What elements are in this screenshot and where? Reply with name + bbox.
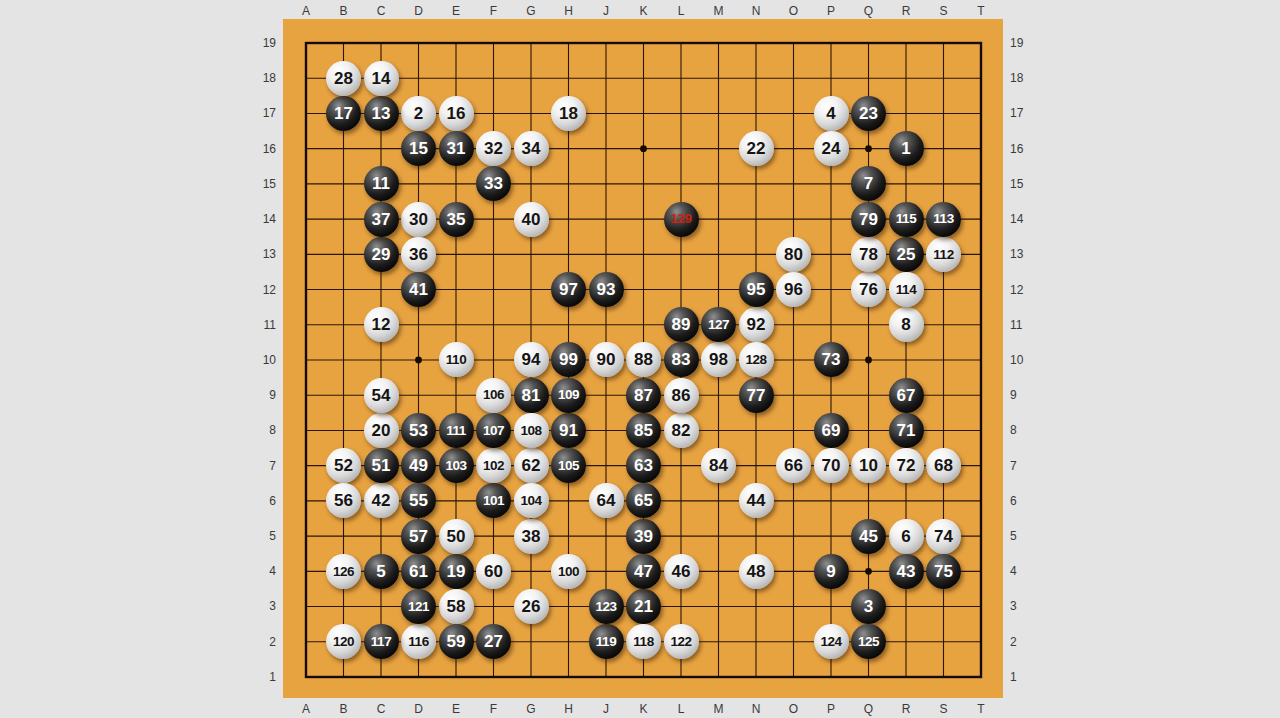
stone-H12[interactable]: 97 xyxy=(551,272,586,307)
stone-F2[interactable]: 27 xyxy=(476,624,511,659)
stone-S5[interactable]: 74 xyxy=(926,519,961,554)
stone-L9[interactable]: 86 xyxy=(664,378,699,413)
coord-label: N xyxy=(737,3,775,19)
stone-D12[interactable]: 41 xyxy=(401,272,436,307)
stone-F7[interactable]: 102 xyxy=(476,448,511,483)
stone-C13[interactable]: 29 xyxy=(364,237,399,272)
stone-P8[interactable]: 69 xyxy=(814,413,849,448)
coord-label: 17 xyxy=(238,96,276,131)
coord-label: P xyxy=(812,701,850,717)
coord-label: T xyxy=(962,3,1000,19)
stone-D2[interactable]: 116 xyxy=(401,624,436,659)
stone-R13[interactable]: 25 xyxy=(889,237,924,272)
stone-P10[interactable]: 73 xyxy=(814,342,849,377)
stone-B2[interactable]: 120 xyxy=(326,624,361,659)
coord-label: 6 xyxy=(1010,483,1048,518)
stone-Q12[interactable]: 76 xyxy=(851,272,886,307)
stone-J12[interactable]: 93 xyxy=(589,272,624,307)
coord-label: 14 xyxy=(238,201,276,236)
coord-label: N xyxy=(737,701,775,717)
stone-R11[interactable]: 8 xyxy=(889,307,924,342)
coord-label: K xyxy=(625,701,663,717)
stone-C9[interactable]: 54 xyxy=(364,378,399,413)
stone-grid: 1234567891011121314151617181920212223242… xyxy=(287,25,1000,694)
coord-label: 9 xyxy=(1010,378,1048,413)
stone-N9[interactable]: 77 xyxy=(739,378,774,413)
stone-S7[interactable]: 68 xyxy=(926,448,961,483)
stone-R16[interactable]: 1 xyxy=(889,131,924,166)
stone-E7[interactable]: 103 xyxy=(439,448,474,483)
stone-D16[interactable]: 15 xyxy=(401,131,436,166)
stone-M10[interactable]: 98 xyxy=(701,342,736,377)
coord-label: S xyxy=(925,701,963,717)
coord-label: 19 xyxy=(238,25,276,60)
stone-H17[interactable]: 18 xyxy=(551,96,586,131)
coord-label: L xyxy=(662,701,700,717)
coord-label: 17 xyxy=(1010,96,1048,131)
coord-label: 4 xyxy=(238,554,276,589)
stone-D5[interactable]: 57 xyxy=(401,519,436,554)
coord-label: G xyxy=(512,701,550,717)
stone-D3[interactable]: 121 xyxy=(401,589,436,624)
stone-C14[interactable]: 37 xyxy=(364,202,399,237)
coord-label: 11 xyxy=(238,307,276,342)
stone-P7[interactable]: 70 xyxy=(814,448,849,483)
stone-S4[interactable]: 75 xyxy=(926,554,961,589)
stone-E16[interactable]: 31 xyxy=(439,131,474,166)
stone-J10[interactable]: 90 xyxy=(589,342,624,377)
stone-C2[interactable]: 117 xyxy=(364,624,399,659)
stone-S14[interactable]: 113 xyxy=(926,202,961,237)
stone-E2[interactable]: 59 xyxy=(439,624,474,659)
coord-label: 8 xyxy=(1010,413,1048,448)
stone-P17[interactable]: 4 xyxy=(814,96,849,131)
coord-label: M xyxy=(700,701,738,717)
coord-label: 18 xyxy=(1010,61,1048,96)
stone-L10[interactable]: 83 xyxy=(664,342,699,377)
column-labels-top: ABCDEFGHJKLMNOPQRST xyxy=(287,3,1000,19)
stone-K10[interactable]: 88 xyxy=(626,342,661,377)
stone-O12[interactable]: 96 xyxy=(776,272,811,307)
coord-label: O xyxy=(775,701,813,717)
stone-L4[interactable]: 46 xyxy=(664,554,699,589)
coord-label: 13 xyxy=(238,237,276,272)
coord-label: 7 xyxy=(1010,448,1048,483)
coord-label: Q xyxy=(850,3,888,19)
stone-C15[interactable]: 11 xyxy=(364,166,399,201)
stone-E14[interactable]: 35 xyxy=(439,202,474,237)
stone-C7[interactable]: 51 xyxy=(364,448,399,483)
stone-K6[interactable]: 65 xyxy=(626,483,661,518)
stone-N11[interactable]: 92 xyxy=(739,307,774,342)
stone-D14[interactable]: 30 xyxy=(401,202,436,237)
coord-label: L xyxy=(662,3,700,19)
coord-label: 6 xyxy=(238,483,276,518)
stone-R7[interactable]: 72 xyxy=(889,448,924,483)
stone-F4[interactable]: 60 xyxy=(476,554,511,589)
stone-O13[interactable]: 80 xyxy=(776,237,811,272)
coord-label: H xyxy=(550,701,588,717)
stone-S13[interactable]: 112 xyxy=(926,237,961,272)
stone-R4[interactable]: 43 xyxy=(889,554,924,589)
stone-C17[interactable]: 13 xyxy=(364,96,399,131)
stone-G7[interactable]: 62 xyxy=(514,448,549,483)
stone-L14[interactable]: 129 xyxy=(664,202,699,237)
coord-label: R xyxy=(887,3,925,19)
stone-N6[interactable]: 44 xyxy=(739,483,774,518)
stone-B7[interactable]: 52 xyxy=(326,448,361,483)
stone-J3[interactable]: 123 xyxy=(589,589,624,624)
coord-label: Q xyxy=(850,701,888,717)
stone-Q5[interactable]: 45 xyxy=(851,519,886,554)
stone-M7[interactable]: 84 xyxy=(701,448,736,483)
coord-label: T xyxy=(962,701,1000,717)
stone-Q15[interactable]: 7 xyxy=(851,166,886,201)
stone-Q13[interactable]: 78 xyxy=(851,237,886,272)
stone-R9[interactable]: 67 xyxy=(889,378,924,413)
stone-B18[interactable]: 28 xyxy=(326,61,361,96)
stone-P2[interactable]: 124 xyxy=(814,624,849,659)
coord-label: 18 xyxy=(238,61,276,96)
stone-P4[interactable]: 9 xyxy=(814,554,849,589)
stone-R5[interactable]: 6 xyxy=(889,519,924,554)
coord-label: E xyxy=(437,3,475,19)
coord-label: 16 xyxy=(238,131,276,166)
coord-label: 1 xyxy=(238,659,276,694)
stone-H9[interactable]: 109 xyxy=(551,378,586,413)
stone-O7[interactable]: 66 xyxy=(776,448,811,483)
stone-C6[interactable]: 42 xyxy=(364,483,399,518)
stone-N12[interactable]: 95 xyxy=(739,272,774,307)
stone-D7[interactable]: 49 xyxy=(401,448,436,483)
coord-label: 15 xyxy=(238,166,276,201)
stone-D4[interactable]: 61 xyxy=(401,554,436,589)
coord-label: 15 xyxy=(1010,166,1048,201)
coord-label: A xyxy=(287,701,325,717)
coord-label: 7 xyxy=(238,448,276,483)
stone-E17[interactable]: 16 xyxy=(439,96,474,131)
stone-J2[interactable]: 119 xyxy=(589,624,624,659)
stone-K3[interactable]: 21 xyxy=(626,589,661,624)
stone-F8[interactable]: 107 xyxy=(476,413,511,448)
stone-Q2[interactable]: 125 xyxy=(851,624,886,659)
stone-L2[interactable]: 122 xyxy=(664,624,699,659)
coord-label: B xyxy=(325,701,363,717)
stone-E4[interactable]: 19 xyxy=(439,554,474,589)
stone-D17[interactable]: 2 xyxy=(401,96,436,131)
stone-G5[interactable]: 38 xyxy=(514,519,549,554)
coord-label: 4 xyxy=(1010,554,1048,589)
stone-G10[interactable]: 94 xyxy=(514,342,549,377)
coord-label: 3 xyxy=(1010,589,1048,624)
stone-H4[interactable]: 100 xyxy=(551,554,586,589)
coord-label: 10 xyxy=(238,342,276,377)
coord-label: J xyxy=(587,3,625,19)
coord-label: 9 xyxy=(238,378,276,413)
stone-R12[interactable]: 114 xyxy=(889,272,924,307)
coord-label: 14 xyxy=(1010,201,1048,236)
coord-label: 5 xyxy=(1010,518,1048,553)
coord-label: 8 xyxy=(238,413,276,448)
row-labels-right: 19181716151413121110987654321 xyxy=(1010,25,1048,694)
stone-G6[interactable]: 104 xyxy=(514,483,549,518)
stone-C4[interactable]: 5 xyxy=(364,554,399,589)
coord-label: F xyxy=(475,3,513,19)
stone-Q14[interactable]: 79 xyxy=(851,202,886,237)
stone-G14[interactable]: 40 xyxy=(514,202,549,237)
stone-H10[interactable]: 99 xyxy=(551,342,586,377)
stone-K7[interactable]: 63 xyxy=(626,448,661,483)
coord-label: F xyxy=(475,701,513,717)
coord-label: M xyxy=(700,3,738,19)
stone-K4[interactable]: 47 xyxy=(626,554,661,589)
stone-C8[interactable]: 20 xyxy=(364,413,399,448)
coord-label: 3 xyxy=(238,589,276,624)
coord-label: 16 xyxy=(1010,131,1048,166)
coord-label: 19 xyxy=(1010,25,1048,60)
stone-R14[interactable]: 115 xyxy=(889,202,924,237)
stone-N16[interactable]: 22 xyxy=(739,131,774,166)
go-board[interactable]: 1234567891011121314151617181920212223242… xyxy=(283,19,1003,698)
stone-D6[interactable]: 55 xyxy=(401,483,436,518)
stone-B17[interactable]: 17 xyxy=(326,96,361,131)
stone-H8[interactable]: 91 xyxy=(551,413,586,448)
stone-E3[interactable]: 58 xyxy=(439,589,474,624)
coord-label: D xyxy=(400,701,438,717)
coord-label: J xyxy=(587,701,625,717)
stone-J6[interactable]: 64 xyxy=(589,483,624,518)
coord-label: 13 xyxy=(1010,237,1048,272)
coord-label: G xyxy=(512,3,550,19)
coord-label: R xyxy=(887,701,925,717)
stone-E10[interactable]: 110 xyxy=(439,342,474,377)
coord-label: E xyxy=(437,701,475,717)
stone-K9[interactable]: 87 xyxy=(626,378,661,413)
coord-label: H xyxy=(550,3,588,19)
stone-N10[interactable]: 128 xyxy=(739,342,774,377)
stone-N4[interactable]: 48 xyxy=(739,554,774,589)
stone-K2[interactable]: 118 xyxy=(626,624,661,659)
stone-G9[interactable]: 81 xyxy=(514,378,549,413)
column-labels-bottom: ABCDEFGHJKLMNOPQRST xyxy=(287,701,1000,717)
coord-label: 2 xyxy=(1010,624,1048,659)
stone-F16[interactable]: 32 xyxy=(476,131,511,166)
stone-E8[interactable]: 111 xyxy=(439,413,474,448)
row-labels-left: 19181716151413121110987654321 xyxy=(238,25,276,694)
stone-F15[interactable]: 33 xyxy=(476,166,511,201)
page: { "app": { "background_color": "#E4E4E4"… xyxy=(0,0,1280,718)
stone-F9[interactable]: 106 xyxy=(476,378,511,413)
stone-H7[interactable]: 105 xyxy=(551,448,586,483)
stone-C11[interactable]: 12 xyxy=(364,307,399,342)
coord-label: O xyxy=(775,3,813,19)
stone-G3[interactable]: 26 xyxy=(514,589,549,624)
stone-R8[interactable]: 71 xyxy=(889,413,924,448)
stone-B6[interactable]: 56 xyxy=(326,483,361,518)
stone-E5[interactable]: 50 xyxy=(439,519,474,554)
stone-F6[interactable]: 101 xyxy=(476,483,511,518)
coord-label: 1 xyxy=(1010,659,1048,694)
coord-label: 2 xyxy=(238,624,276,659)
stone-M11[interactable]: 127 xyxy=(701,307,736,342)
coord-label: 12 xyxy=(238,272,276,307)
stone-Q17[interactable]: 23 xyxy=(851,96,886,131)
stone-L8[interactable]: 82 xyxy=(664,413,699,448)
stone-G16[interactable]: 34 xyxy=(514,131,549,166)
coord-label: C xyxy=(362,3,400,19)
stone-Q3[interactable]: 3 xyxy=(851,589,886,624)
coord-label: D xyxy=(400,3,438,19)
stone-G8[interactable]: 108 xyxy=(514,413,549,448)
stone-D13[interactable]: 36 xyxy=(401,237,436,272)
coord-label: A xyxy=(287,3,325,19)
stone-P16[interactable]: 24 xyxy=(814,131,849,166)
coord-label: C xyxy=(362,701,400,717)
coord-label: K xyxy=(625,3,663,19)
coord-label: B xyxy=(325,3,363,19)
stone-K8[interactable]: 85 xyxy=(626,413,661,448)
coord-label: 11 xyxy=(1010,307,1048,342)
stone-K5[interactable]: 39 xyxy=(626,519,661,554)
stone-B4[interactable]: 126 xyxy=(326,554,361,589)
coord-label: P xyxy=(812,3,850,19)
coord-label: 10 xyxy=(1010,342,1048,377)
stone-Q7[interactable]: 10 xyxy=(851,448,886,483)
coord-label: 5 xyxy=(238,518,276,553)
stone-C18[interactable]: 14 xyxy=(364,61,399,96)
coord-label: S xyxy=(925,3,963,19)
stone-D8[interactable]: 53 xyxy=(401,413,436,448)
coord-label: 12 xyxy=(1010,272,1048,307)
stone-L11[interactable]: 89 xyxy=(664,307,699,342)
